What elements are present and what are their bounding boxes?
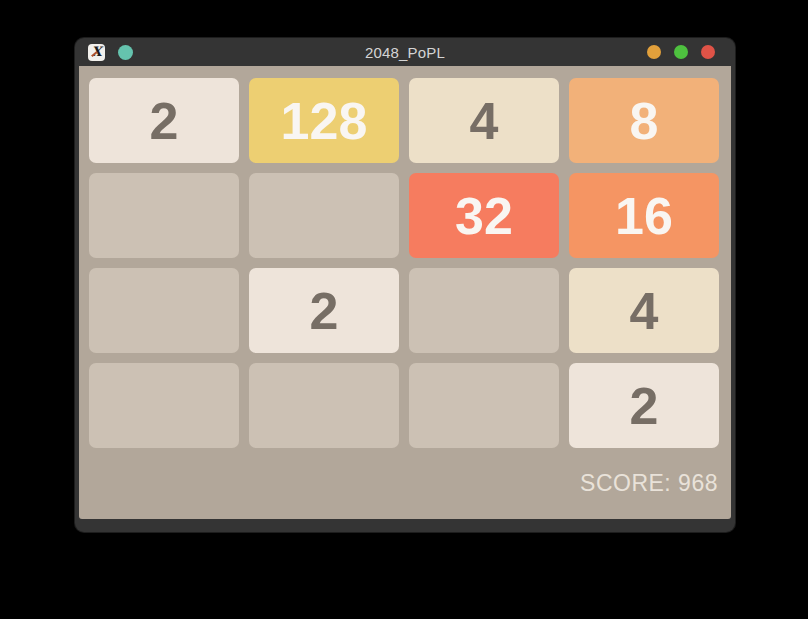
tile-2-r4c4: 2: [569, 363, 719, 448]
tile-16-r2c4: 16: [569, 173, 719, 258]
close-button[interactable]: [701, 45, 715, 59]
window-controls: [647, 45, 715, 59]
tile-2-r3c2: 2: [249, 268, 399, 353]
empty-cell-r4c3: [409, 363, 559, 448]
tile-2-r1c1: 2: [89, 78, 239, 163]
tile-32-r2c3: 32: [409, 173, 559, 258]
empty-cell-r4c1: [89, 363, 239, 448]
empty-cell-r3c1: [89, 268, 239, 353]
window-titlebar[interactable]: X 2048_PoPL: [79, 38, 731, 66]
minimize-button[interactable]: [647, 45, 661, 59]
tile-grid: 2128483216242: [79, 66, 731, 448]
tile-8-r1c4: 8: [569, 78, 719, 163]
tile-4-r1c3: 4: [409, 78, 559, 163]
empty-cell-r3c3: [409, 268, 559, 353]
window-title: 2048_PoPL: [79, 44, 731, 61]
tile-4-r3c4: 4: [569, 268, 719, 353]
maximize-button[interactable]: [674, 45, 688, 59]
score-text: SCORE: 968: [79, 470, 731, 497]
xterm-app-icon: X: [88, 44, 105, 61]
game-board: 2128483216242 SCORE: 968: [79, 66, 731, 519]
game-window: X 2048_PoPL 2128483216242 SCORE: 968: [75, 38, 735, 532]
teal-app-indicator-icon: [118, 45, 133, 60]
empty-cell-r4c2: [249, 363, 399, 448]
tile-128-r1c2: 128: [249, 78, 399, 163]
empty-cell-r2c2: [249, 173, 399, 258]
empty-cell-r2c1: [89, 173, 239, 258]
